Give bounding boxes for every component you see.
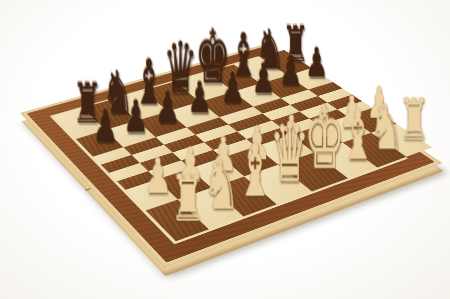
white-rook-a1[interactable]: ♜	[170, 167, 205, 231]
black-pawn-g7[interactable]: ♟	[279, 50, 303, 91]
black-pawn-f7[interactable]: ♟	[251, 58, 275, 99]
white-queen-d1[interactable]: ♛	[270, 113, 310, 194]
black-pawn-a7[interactable]: ♟	[92, 103, 118, 148]
black-pawn-b7[interactable]: ♟	[123, 94, 149, 138]
white-king-e1[interactable]: ♚	[305, 96, 346, 181]
black-pawn-c7[interactable]: ♟	[155, 85, 180, 129]
white-pawn-a2[interactable]: ♟	[144, 152, 172, 201]
white-bishop-c1[interactable]: ♝	[237, 134, 274, 206]
white-bishop-f1[interactable]: ♝	[340, 101, 375, 169]
white-knight-b1[interactable]: ♞	[203, 150, 240, 219]
black-pawn-h7[interactable]: ♟	[305, 42, 328, 82]
black-pawn-e7[interactable]: ♟	[220, 67, 244, 109]
photo-stage: cayro ♜♞♝♛♚♝♞♜♟♟♟♟♟♟♟♟♟♟♟♟♟♟♟♟♜♞♝♛♚♝♞♜	[0, 0, 450, 299]
black-pawn-d7[interactable]: ♟	[187, 76, 212, 119]
